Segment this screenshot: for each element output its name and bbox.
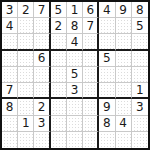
cell-r5c1[interactable] <box>2 67 18 83</box>
cell-r7c6[interactable] <box>83 99 99 115</box>
cell-r8c6[interactable] <box>83 116 99 132</box>
cell-r4c2[interactable] <box>18 51 34 67</box>
cell-r4c8[interactable] <box>116 51 132 67</box>
cell-r9c6[interactable] <box>83 132 99 148</box>
cell-r2c2[interactable] <box>18 18 34 34</box>
cell-r1c4-given-5: 5 <box>51 2 67 18</box>
cell-r9c4[interactable] <box>51 132 67 148</box>
cell-r8c4[interactable] <box>51 116 67 132</box>
cell-r1c6-given-6: 6 <box>83 2 99 18</box>
cell-r8c3-given-3: 3 <box>34 116 50 132</box>
cell-r4c9[interactable] <box>132 51 148 67</box>
cell-r3c2[interactable] <box>18 34 34 50</box>
cell-r3c8[interactable] <box>116 34 132 50</box>
cell-r3c6[interactable] <box>83 34 99 50</box>
cell-r1c2-given-2: 2 <box>18 2 34 18</box>
cell-r5c7[interactable] <box>99 67 115 83</box>
cell-r7c4[interactable] <box>51 99 67 115</box>
cell-r9c8[interactable] <box>116 132 132 148</box>
cell-r8c2-given-1: 1 <box>18 116 34 132</box>
cell-r3c1[interactable] <box>2 34 18 50</box>
cell-r6c8[interactable] <box>116 83 132 99</box>
cell-r9c2[interactable] <box>18 132 34 148</box>
cell-r7c5[interactable] <box>67 99 83 115</box>
cell-r4c5[interactable] <box>67 51 83 67</box>
cell-r6c7[interactable] <box>99 83 115 99</box>
cell-r5c5-given-5: 5 <box>67 67 83 83</box>
cell-r8c7-given-8: 8 <box>99 116 115 132</box>
cell-r6c4[interactable] <box>51 83 67 99</box>
cell-r9c1[interactable] <box>2 132 18 148</box>
cell-r3c3[interactable] <box>34 34 50 50</box>
cell-r4c6[interactable] <box>83 51 99 67</box>
cell-r8c1[interactable] <box>2 116 18 132</box>
cell-r4c1[interactable] <box>2 51 18 67</box>
cell-r7c8[interactable] <box>116 99 132 115</box>
cell-r2c4-given-2: 2 <box>51 18 67 34</box>
cell-r7c1-given-8: 8 <box>2 99 18 115</box>
cell-r7c2[interactable] <box>18 99 34 115</box>
cell-r2c9-given-5: 5 <box>132 18 148 34</box>
cell-r1c1-given-3: 3 <box>2 2 18 18</box>
cell-r6c9-given-1: 1 <box>132 83 148 99</box>
cell-r2c7[interactable] <box>99 18 115 34</box>
cell-r1c7-given-4: 4 <box>99 2 115 18</box>
cell-r2c5-given-8: 8 <box>67 18 83 34</box>
cell-r5c3[interactable] <box>34 67 50 83</box>
cell-r8c5[interactable] <box>67 116 83 132</box>
cell-r6c5-given-3: 3 <box>67 83 83 99</box>
cell-r4c7-given-5: 5 <box>99 51 115 67</box>
cell-r5c9[interactable] <box>132 67 148 83</box>
cell-r2c3[interactable] <box>34 18 50 34</box>
cell-r7c9-given-3: 3 <box>132 99 148 115</box>
sudoku-board: 32751649842875465573182931384 <box>0 0 150 150</box>
cell-r9c7[interactable] <box>99 132 115 148</box>
cell-r6c2[interactable] <box>18 83 34 99</box>
cell-r2c8[interactable] <box>116 18 132 34</box>
cell-r1c3-given-7: 7 <box>34 2 50 18</box>
cell-r9c5[interactable] <box>67 132 83 148</box>
cell-r6c1-given-7: 7 <box>2 83 18 99</box>
cell-r5c4[interactable] <box>51 67 67 83</box>
cell-r3c7[interactable] <box>99 34 115 50</box>
cell-r1c8-given-9: 9 <box>116 2 132 18</box>
cell-r8c9[interactable] <box>132 116 148 132</box>
cell-r9c3[interactable] <box>34 132 50 148</box>
cell-r3c4[interactable] <box>51 34 67 50</box>
cell-r5c6[interactable] <box>83 67 99 83</box>
cell-r6c3[interactable] <box>34 83 50 99</box>
cell-r7c7-given-9: 9 <box>99 99 115 115</box>
cell-r4c3-given-6: 6 <box>34 51 50 67</box>
cell-r3c9[interactable] <box>132 34 148 50</box>
cell-r1c9-given-8: 8 <box>132 2 148 18</box>
cell-r4c4[interactable] <box>51 51 67 67</box>
cell-r9c9[interactable] <box>132 132 148 148</box>
cell-r5c8[interactable] <box>116 67 132 83</box>
cell-r8c8-given-4: 4 <box>116 116 132 132</box>
cell-r3c5-given-4: 4 <box>67 34 83 50</box>
cell-r7c3-given-2: 2 <box>34 99 50 115</box>
cell-r2c6-given-7: 7 <box>83 18 99 34</box>
cell-r5c2[interactable] <box>18 67 34 83</box>
cell-r1c5-given-1: 1 <box>67 2 83 18</box>
cell-r2c1-given-4: 4 <box>2 18 18 34</box>
cell-r6c6[interactable] <box>83 83 99 99</box>
